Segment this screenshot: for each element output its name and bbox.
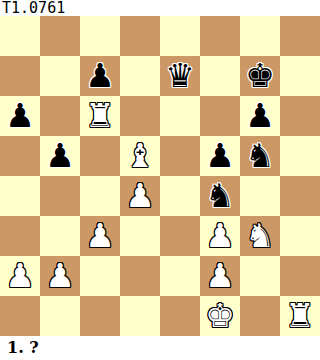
square-c8[interactable]	[80, 16, 120, 56]
piece-black-pawn: ♟	[205, 136, 235, 176]
square-d8[interactable]	[120, 16, 160, 56]
square-a7[interactable]	[0, 56, 40, 96]
square-a6[interactable]: ♟	[0, 96, 40, 136]
piece-black-knight: ♞	[245, 136, 275, 176]
piece-white-pawn: ♟	[125, 176, 155, 216]
square-g1[interactable]	[240, 296, 280, 336]
square-f3[interactable]: ♟	[200, 216, 240, 256]
square-b7[interactable]	[40, 56, 80, 96]
square-b8[interactable]	[40, 16, 80, 56]
square-d7[interactable]	[120, 56, 160, 96]
square-b1[interactable]	[40, 296, 80, 336]
square-g3[interactable]: ♞	[240, 216, 280, 256]
square-b6[interactable]	[40, 96, 80, 136]
square-c7[interactable]: ♟	[80, 56, 120, 96]
square-c6[interactable]: ♜	[80, 96, 120, 136]
move-prompt: 1. ?	[0, 336, 320, 360]
piece-black-pawn: ♟	[5, 96, 35, 136]
square-a8[interactable]	[0, 16, 40, 56]
piece-black-queen: ♛	[165, 56, 195, 96]
piece-black-king: ♚	[245, 56, 275, 96]
square-d2[interactable]	[120, 256, 160, 296]
square-f8[interactable]	[200, 16, 240, 56]
square-f6[interactable]	[200, 96, 240, 136]
square-e1[interactable]	[160, 296, 200, 336]
square-h3[interactable]	[280, 216, 320, 256]
square-a3[interactable]	[0, 216, 40, 256]
square-f5[interactable]: ♟	[200, 136, 240, 176]
square-b4[interactable]	[40, 176, 80, 216]
square-f7[interactable]	[200, 56, 240, 96]
square-a1[interactable]	[0, 296, 40, 336]
piece-white-pawn: ♟	[205, 216, 235, 256]
square-d5[interactable]: ♝	[120, 136, 160, 176]
square-e4[interactable]	[160, 176, 200, 216]
square-c2[interactable]	[80, 256, 120, 296]
piece-white-king: ♚	[205, 296, 235, 336]
square-h6[interactable]	[280, 96, 320, 136]
piece-black-knight: ♞	[205, 176, 235, 216]
square-h2[interactable]	[280, 256, 320, 296]
piece-white-bishop: ♝	[125, 136, 155, 176]
square-h7[interactable]	[280, 56, 320, 96]
piece-white-pawn: ♟	[85, 216, 115, 256]
square-h1[interactable]: ♜	[280, 296, 320, 336]
square-g4[interactable]	[240, 176, 280, 216]
square-c1[interactable]	[80, 296, 120, 336]
square-d3[interactable]	[120, 216, 160, 256]
square-g5[interactable]: ♞	[240, 136, 280, 176]
square-e7[interactable]: ♛	[160, 56, 200, 96]
square-g6[interactable]: ♟	[240, 96, 280, 136]
piece-white-pawn: ♟	[5, 256, 35, 296]
square-f2[interactable]: ♟	[200, 256, 240, 296]
square-c5[interactable]	[80, 136, 120, 176]
square-f1[interactable]: ♚	[200, 296, 240, 336]
square-d1[interactable]	[120, 296, 160, 336]
piece-black-pawn: ♟	[45, 136, 75, 176]
piece-white-knight: ♞	[245, 216, 275, 256]
piece-white-rook: ♜	[285, 296, 315, 336]
square-e6[interactable]	[160, 96, 200, 136]
square-a4[interactable]	[0, 176, 40, 216]
piece-black-pawn: ♟	[85, 56, 115, 96]
square-h4[interactable]	[280, 176, 320, 216]
square-b2[interactable]: ♟	[40, 256, 80, 296]
square-d6[interactable]	[120, 96, 160, 136]
square-g2[interactable]	[240, 256, 280, 296]
square-e8[interactable]	[160, 16, 200, 56]
square-b5[interactable]: ♟	[40, 136, 80, 176]
square-g7[interactable]: ♚	[240, 56, 280, 96]
piece-black-pawn: ♟	[245, 96, 275, 136]
square-g8[interactable]	[240, 16, 280, 56]
square-f4[interactable]: ♞	[200, 176, 240, 216]
square-e3[interactable]	[160, 216, 200, 256]
piece-white-rook: ♜	[85, 96, 115, 136]
square-e5[interactable]	[160, 136, 200, 176]
square-d4[interactable]: ♟	[120, 176, 160, 216]
square-a5[interactable]	[0, 136, 40, 176]
square-c3[interactable]: ♟	[80, 216, 120, 256]
chess-puzzle-page: T1.0761 ♟♛♚♟♜♟♟♝♟♞♟♞♟♟♞♟♟♟♚♜ 1. ?	[0, 0, 320, 360]
piece-white-pawn: ♟	[45, 256, 75, 296]
square-h5[interactable]	[280, 136, 320, 176]
chess-board: ♟♛♚♟♜♟♟♝♟♞♟♞♟♟♞♟♟♟♚♜	[0, 16, 320, 336]
piece-white-pawn: ♟	[205, 256, 235, 296]
square-a2[interactable]: ♟	[0, 256, 40, 296]
square-e2[interactable]	[160, 256, 200, 296]
square-h8[interactable]	[280, 16, 320, 56]
square-b3[interactable]	[40, 216, 80, 256]
square-c4[interactable]	[80, 176, 120, 216]
puzzle-id: T1.0761	[0, 0, 320, 16]
